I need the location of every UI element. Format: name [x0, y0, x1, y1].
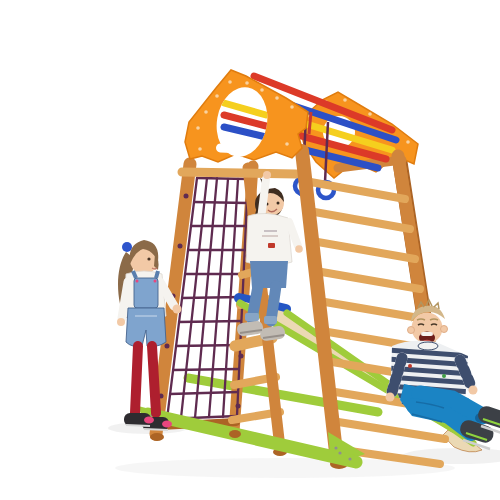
girl-left-hairtie: [122, 242, 132, 252]
front-top-crossbar: [182, 172, 296, 174]
girl-middle-hand: [263, 171, 271, 179]
front-gable-slot: [216, 143, 248, 154]
girl-left-hand: [173, 305, 182, 314]
front-gable-panel: [185, 70, 308, 162]
product-photo: [40, 16, 500, 500]
climbing-frame-scene: [40, 16, 500, 500]
